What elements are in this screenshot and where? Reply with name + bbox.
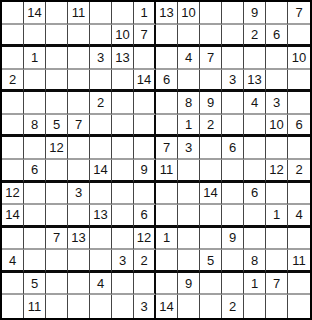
cell-r12c3-empty[interactable] xyxy=(46,250,68,273)
cell-r11c14-empty[interactable] xyxy=(288,228,310,251)
cell-r11c9-empty[interactable] xyxy=(178,228,200,251)
cell-r5c5-given[interactable]: 2 xyxy=(90,92,112,115)
cell-r3c5-given[interactable]: 3 xyxy=(90,47,112,70)
sudoku-board: 1411113109710726131347102146313289438571… xyxy=(0,0,312,320)
cell-r6c8-empty[interactable] xyxy=(156,115,178,138)
cell-r6c6-empty[interactable] xyxy=(112,115,134,138)
cell-r12c12-given[interactable]: 8 xyxy=(244,250,266,273)
cell-r13c8-empty[interactable] xyxy=(156,273,178,296)
cell-r5c7-empty[interactable] xyxy=(134,92,156,115)
cell-r9c10-given[interactable]: 14 xyxy=(200,183,222,206)
cell-r12c10-given[interactable]: 5 xyxy=(200,250,222,273)
cell-r10c4-empty[interactable] xyxy=(68,205,90,228)
cell-r8c13-given[interactable]: 12 xyxy=(266,160,288,183)
cell-r7c11-given[interactable]: 6 xyxy=(222,137,244,160)
cell-r6c10-given[interactable]: 2 xyxy=(200,115,222,138)
cell-r8c4-empty[interactable] xyxy=(68,160,90,183)
cell-r9c13-empty[interactable] xyxy=(266,183,288,206)
cell-r2c8-empty[interactable] xyxy=(156,25,178,48)
cell-r2c10-empty[interactable] xyxy=(200,25,222,48)
cell-r1c5-empty[interactable] xyxy=(90,2,112,25)
cell-r10c9-empty[interactable] xyxy=(178,205,200,228)
cell-r11c5-empty[interactable] xyxy=(90,228,112,251)
cell-r4c8-given[interactable]: 6 xyxy=(156,70,178,93)
cell-r8c9-empty[interactable] xyxy=(178,160,200,183)
cell-r8c7-given[interactable]: 9 xyxy=(134,160,156,183)
cell-r8c6-empty[interactable] xyxy=(112,160,134,183)
cell-r14c9-empty[interactable] xyxy=(178,295,200,318)
cell-r10c8-empty[interactable] xyxy=(156,205,178,228)
cell-r4c5-empty[interactable] xyxy=(90,70,112,93)
cell-r3c3-empty[interactable] xyxy=(46,47,68,70)
cell-r3c9-given[interactable]: 4 xyxy=(178,47,200,70)
cell-r2c14-empty[interactable] xyxy=(288,25,310,48)
cell-r7c3-given[interactable]: 12 xyxy=(46,137,68,160)
cell-r1c7-given[interactable]: 1 xyxy=(134,2,156,25)
cell-r6c2-given[interactable]: 8 xyxy=(24,115,46,138)
cell-r12c9-empty[interactable] xyxy=(178,250,200,273)
cell-r6c13-given[interactable]: 10 xyxy=(266,115,288,138)
cell-r11c10-empty[interactable] xyxy=(200,228,222,251)
cell-r1c13-empty[interactable] xyxy=(266,2,288,25)
cell-r3c12-empty[interactable] xyxy=(244,47,266,70)
cell-r11c2-empty[interactable] xyxy=(24,228,46,251)
cell-r13c6-empty[interactable] xyxy=(112,273,134,296)
cell-r13c7-empty[interactable] xyxy=(134,273,156,296)
cell-r14c6-empty[interactable] xyxy=(112,295,134,318)
cell-r3c7-empty[interactable] xyxy=(134,47,156,70)
cell-r2c13-given[interactable]: 6 xyxy=(266,25,288,48)
cell-r2c2-empty[interactable] xyxy=(24,25,46,48)
cell-r7c7-empty[interactable] xyxy=(134,137,156,160)
cell-r9c4-given[interactable]: 3 xyxy=(68,183,90,206)
cell-r4c6-empty[interactable] xyxy=(112,70,134,93)
cell-r1c12-given[interactable]: 9 xyxy=(244,2,266,25)
cell-r14c2-given[interactable]: 11 xyxy=(24,295,46,318)
cell-r6c3-given[interactable]: 5 xyxy=(46,115,68,138)
cell-r6c5-empty[interactable] xyxy=(90,115,112,138)
cell-r12c11-empty[interactable] xyxy=(222,250,244,273)
cell-r10c14-given[interactable]: 4 xyxy=(288,205,310,228)
cell-r1c6-empty[interactable] xyxy=(112,2,134,25)
cell-r2c9-empty[interactable] xyxy=(178,25,200,48)
cell-r14c11-given[interactable]: 2 xyxy=(222,295,244,318)
cell-r5c9-given[interactable]: 8 xyxy=(178,92,200,115)
cell-r8c3-empty[interactable] xyxy=(46,160,68,183)
cell-r13c2-given[interactable]: 5 xyxy=(24,273,46,296)
cell-r10c13-given[interactable]: 1 xyxy=(266,205,288,228)
cell-r7c13-empty[interactable] xyxy=(266,137,288,160)
cell-r11c11-given[interactable]: 9 xyxy=(222,228,244,251)
cell-r9c14-empty[interactable] xyxy=(288,183,310,206)
cell-r10c3-empty[interactable] xyxy=(46,205,68,228)
cell-r12c5-empty[interactable] xyxy=(90,250,112,273)
cell-r1c9-given[interactable]: 10 xyxy=(178,2,200,25)
cell-r9c8-empty[interactable] xyxy=(156,183,178,206)
cell-r9c12-given[interactable]: 6 xyxy=(244,183,266,206)
cell-r10c11-empty[interactable] xyxy=(222,205,244,228)
cell-r2c12-given[interactable]: 2 xyxy=(244,25,266,48)
cell-r1c8-given[interactable]: 13 xyxy=(156,2,178,25)
cell-r5c3-empty[interactable] xyxy=(46,92,68,115)
cell-r7c5-empty[interactable] xyxy=(90,137,112,160)
cell-r3c11-empty[interactable] xyxy=(222,47,244,70)
cell-r12c14-given[interactable]: 11 xyxy=(288,250,310,273)
cell-r13c12-given[interactable]: 1 xyxy=(244,273,266,296)
cell-r1c3-empty[interactable] xyxy=(46,2,68,25)
cell-r3c8-empty[interactable] xyxy=(156,47,178,70)
cell-r11c4-given[interactable]: 13 xyxy=(68,228,90,251)
cell-r2c1-empty[interactable] xyxy=(2,25,24,48)
cell-r6c9-given[interactable]: 1 xyxy=(178,115,200,138)
cell-r8c8-given[interactable]: 11 xyxy=(156,160,178,183)
cell-r4c9-empty[interactable] xyxy=(178,70,200,93)
cell-r8c14-given[interactable]: 2 xyxy=(288,160,310,183)
cell-r11c8-given[interactable]: 1 xyxy=(156,228,178,251)
cell-r12c1-given[interactable]: 4 xyxy=(2,250,24,273)
cell-r7c2-empty[interactable] xyxy=(24,137,46,160)
cell-r5c14-empty[interactable] xyxy=(288,92,310,115)
cell-r7c8-given[interactable]: 7 xyxy=(156,137,178,160)
cell-r6c1-empty[interactable] xyxy=(2,115,24,138)
cell-r10c2-empty[interactable] xyxy=(24,205,46,228)
cell-r4c14-empty[interactable] xyxy=(288,70,310,93)
cell-r3c14-given[interactable]: 10 xyxy=(288,47,310,70)
cell-r14c1-empty[interactable] xyxy=(2,295,24,318)
cell-r10c5-given[interactable]: 13 xyxy=(90,205,112,228)
cell-r7c12-empty[interactable] xyxy=(244,137,266,160)
cell-r13c5-given[interactable]: 4 xyxy=(90,273,112,296)
cell-r8c5-given[interactable]: 14 xyxy=(90,160,112,183)
cell-r1c11-empty[interactable] xyxy=(222,2,244,25)
cell-r9c11-empty[interactable] xyxy=(222,183,244,206)
cell-r8c11-empty[interactable] xyxy=(222,160,244,183)
cell-r6c12-empty[interactable] xyxy=(244,115,266,138)
cell-r4c12-given[interactable]: 13 xyxy=(244,70,266,93)
cell-r2c4-empty[interactable] xyxy=(68,25,90,48)
cell-r1c10-empty[interactable] xyxy=(200,2,222,25)
cell-r4c3-empty[interactable] xyxy=(46,70,68,93)
cell-r14c5-empty[interactable] xyxy=(90,295,112,318)
cell-r1c1-empty[interactable] xyxy=(2,2,24,25)
cell-r1c4-given[interactable]: 11 xyxy=(68,2,90,25)
cell-r10c7-given[interactable]: 6 xyxy=(134,205,156,228)
cell-r12c4-empty[interactable] xyxy=(68,250,90,273)
cell-r9c3-empty[interactable] xyxy=(46,183,68,206)
cell-r11c7-given[interactable]: 12 xyxy=(134,228,156,251)
cell-r6c11-empty[interactable] xyxy=(222,115,244,138)
cell-r9c7-empty[interactable] xyxy=(134,183,156,206)
cell-r6c4-given[interactable]: 7 xyxy=(68,115,90,138)
cell-r8c1-empty[interactable] xyxy=(2,160,24,183)
cell-r1c2-given[interactable]: 14 xyxy=(24,2,46,25)
cell-r6c14-given[interactable]: 6 xyxy=(288,115,310,138)
cell-r12c6-given[interactable]: 3 xyxy=(112,250,134,273)
cell-r3c10-given[interactable]: 7 xyxy=(200,47,222,70)
cell-r12c7-given[interactable]: 2 xyxy=(134,250,156,273)
cell-r14c12-empty[interactable] xyxy=(244,295,266,318)
cell-r12c2-empty[interactable] xyxy=(24,250,46,273)
cell-r1c14-given[interactable]: 7 xyxy=(288,2,310,25)
cell-r13c11-empty[interactable] xyxy=(222,273,244,296)
cell-r14c4-empty[interactable] xyxy=(68,295,90,318)
cell-r7c10-empty[interactable] xyxy=(200,137,222,160)
cell-r2c3-empty[interactable] xyxy=(46,25,68,48)
cell-r11c6-empty[interactable] xyxy=(112,228,134,251)
cell-r13c3-empty[interactable] xyxy=(46,273,68,296)
cell-r5c13-given[interactable]: 3 xyxy=(266,92,288,115)
cell-r3c4-empty[interactable] xyxy=(68,47,90,70)
cell-r7c6-empty[interactable] xyxy=(112,137,134,160)
cell-r9c6-empty[interactable] xyxy=(112,183,134,206)
cell-r4c7-given[interactable]: 14 xyxy=(134,70,156,93)
cell-r7c1-empty[interactable] xyxy=(2,137,24,160)
cell-r7c9-given[interactable]: 3 xyxy=(178,137,200,160)
cell-r9c2-empty[interactable] xyxy=(24,183,46,206)
cell-r3c6-given[interactable]: 13 xyxy=(112,47,134,70)
cell-r10c1-given[interactable]: 14 xyxy=(2,205,24,228)
cell-r10c6-empty[interactable] xyxy=(112,205,134,228)
cell-r11c12-empty[interactable] xyxy=(244,228,266,251)
cell-r5c1-empty[interactable] xyxy=(2,92,24,115)
cell-r4c13-empty[interactable] xyxy=(266,70,288,93)
cell-r14c8-given[interactable]: 14 xyxy=(156,295,178,318)
cell-r6c7-empty[interactable] xyxy=(134,115,156,138)
cell-r13c1-empty[interactable] xyxy=(2,273,24,296)
cell-r2c6-given[interactable]: 10 xyxy=(112,25,134,48)
cell-r5c12-given[interactable]: 4 xyxy=(244,92,266,115)
cell-r4c10-empty[interactable] xyxy=(200,70,222,93)
cell-r4c2-empty[interactable] xyxy=(24,70,46,93)
cell-r5c11-empty[interactable] xyxy=(222,92,244,115)
cell-r5c2-empty[interactable] xyxy=(24,92,46,115)
cell-r11c3-given[interactable]: 7 xyxy=(46,228,68,251)
cell-r5c10-given[interactable]: 9 xyxy=(200,92,222,115)
cell-r5c8-empty[interactable] xyxy=(156,92,178,115)
cell-r2c5-empty[interactable] xyxy=(90,25,112,48)
cell-r10c10-empty[interactable] xyxy=(200,205,222,228)
cell-r14c3-empty[interactable] xyxy=(46,295,68,318)
cell-r8c12-empty[interactable] xyxy=(244,160,266,183)
cell-r2c11-empty[interactable] xyxy=(222,25,244,48)
cell-r11c13-empty[interactable] xyxy=(266,228,288,251)
cell-r14c13-empty[interactable] xyxy=(266,295,288,318)
cell-r12c13-empty[interactable] xyxy=(266,250,288,273)
cell-r3c13-empty[interactable] xyxy=(266,47,288,70)
cell-r5c4-empty[interactable] xyxy=(68,92,90,115)
cell-r13c14-empty[interactable] xyxy=(288,273,310,296)
cell-r4c1-given[interactable]: 2 xyxy=(2,70,24,93)
cell-r12c8-empty[interactable] xyxy=(156,250,178,273)
cell-r9c5-empty[interactable] xyxy=(90,183,112,206)
cell-r13c10-empty[interactable] xyxy=(200,273,222,296)
cell-r3c1-empty[interactable] xyxy=(2,47,24,70)
cell-r13c4-empty[interactable] xyxy=(68,273,90,296)
cell-r4c4-empty[interactable] xyxy=(68,70,90,93)
cell-r10c12-empty[interactable] xyxy=(244,205,266,228)
cell-r13c9-given[interactable]: 9 xyxy=(178,273,200,296)
cell-r13c13-given[interactable]: 7 xyxy=(266,273,288,296)
cell-r14c14-empty[interactable] xyxy=(288,295,310,318)
cell-r14c10-empty[interactable] xyxy=(200,295,222,318)
cell-r8c10-empty[interactable] xyxy=(200,160,222,183)
cell-r4c11-given[interactable]: 3 xyxy=(222,70,244,93)
cell-r11c1-empty[interactable] xyxy=(2,228,24,251)
cell-r14c7-given[interactable]: 3 xyxy=(134,295,156,318)
cell-r5c6-empty[interactable] xyxy=(112,92,134,115)
cell-r7c14-empty[interactable] xyxy=(288,137,310,160)
cell-r2c7-given[interactable]: 7 xyxy=(134,25,156,48)
cell-r8c2-given[interactable]: 6 xyxy=(24,160,46,183)
cell-r9c1-given[interactable]: 12 xyxy=(2,183,24,206)
cell-r9c9-empty[interactable] xyxy=(178,183,200,206)
cell-r7c4-empty[interactable] xyxy=(68,137,90,160)
cell-r3c2-given[interactable]: 1 xyxy=(24,47,46,70)
